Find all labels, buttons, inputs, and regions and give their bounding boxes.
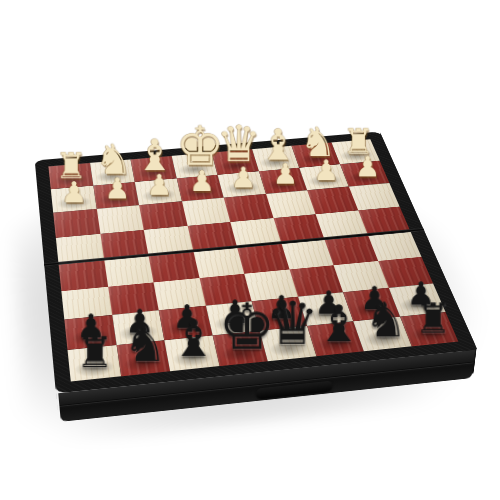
piece-shadow [264, 177, 305, 193]
board-square: ♟ [343, 288, 399, 321]
board-square: ♜ [67, 345, 120, 382]
board-square: ♟ [159, 306, 212, 340]
board-square: ♜ [399, 312, 458, 347]
piece-shadow [72, 357, 118, 379]
board-square: ♝ [164, 335, 219, 371]
piece-shadow [218, 343, 265, 365]
board-square [244, 269, 297, 301]
board-square: ♛ [259, 326, 316, 361]
piece-shadow [121, 352, 167, 374]
board-square: ♟ [205, 301, 259, 335]
chess-case: ♜♞♝♚♛♝♞♜♟♟♟♟♟♟♟♟♟♟♟♟♟♟♟♟♜♞♝♚♛♝♞♜ [35, 132, 478, 394]
piece-shadow [169, 347, 215, 369]
board-square [266, 190, 316, 218]
chess-board: ♜♞♝♚♛♝♞♜♟♟♟♟♟♟♟♟♟♟♟♟♟♟♟♟♜♞♝♚♛♝♞♜ [48, 139, 458, 381]
piece-shadow [407, 324, 455, 345]
piece-shadow [164, 317, 209, 338]
piece-shadow [266, 338, 313, 360]
piece-shadow [257, 308, 303, 329]
board-square: ♟ [64, 315, 116, 350]
piece-shadow [97, 191, 137, 208]
board-square [61, 286, 111, 319]
board-square: ♟ [252, 297, 307, 331]
board-square: ♟ [135, 178, 182, 205]
piece-shadow [395, 295, 442, 315]
piece-shadow [304, 304, 350, 324]
piece-shadow [360, 328, 408, 349]
piece-shadow [350, 299, 396, 319]
board-square: ♟ [112, 310, 165, 345]
board-square [378, 257, 434, 288]
piece-shadow [54, 195, 93, 212]
board-square: ♚ [212, 330, 268, 366]
piece-shadow [313, 333, 360, 354]
board-square [199, 273, 252, 305]
board-square [53, 209, 100, 238]
board-square: ♟ [388, 283, 445, 316]
board-square [96, 205, 143, 233]
board-square: ♞ [116, 340, 170, 376]
board-square [182, 198, 231, 226]
